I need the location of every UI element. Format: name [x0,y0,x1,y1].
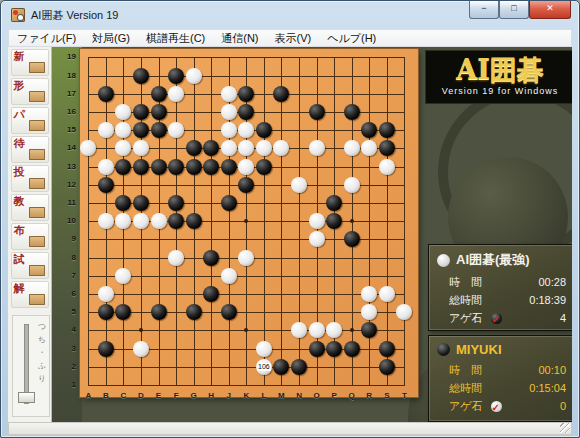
black-stone-R4 [361,322,377,338]
slider-tick-labels: つち・ふり [38,322,46,383]
toolbar-button-label: 新 [14,51,25,62]
menu-item[interactable]: 通信(N) [213,31,266,46]
black-stone-L15 [256,122,272,138]
white-stone-D14 [133,140,149,156]
logo-subtitle: Version 19 for Windows [426,86,572,96]
toolbar-button-label: 布 [14,225,25,236]
black-stone-Q3 [344,341,360,357]
main-area: 新形パ待投教布試解 つち・ふり 106 19181716151413121110… [8,47,572,424]
black-stone-S14 [379,140,395,156]
white-stone-O10 [309,213,325,229]
white-stone-S13 [379,159,395,175]
board-icon [29,91,45,102]
white-stone-C16 [115,104,131,120]
black-stone-L13 [256,159,272,175]
menu-bar: ファイル(F)対局(G)棋譜再生(C)通信(N)表示(V)ヘルプ(H) [8,29,572,47]
white-stone-K15 [238,122,254,138]
white-stone-C10 [115,213,131,229]
white-stone-F17 [168,86,184,102]
white-stone-T5 [396,304,412,320]
white-stone-J7 [221,268,237,284]
total-time-value: 0:18:39 [529,291,566,309]
white-stone-L14 [256,140,272,156]
black-stone-E16 [151,104,167,120]
white-stone-J14 [221,140,237,156]
time-value: 00:28 [538,273,566,291]
board-icon [29,265,45,276]
toolbar-button-label: 教 [14,196,25,207]
white-stone-B6 [98,286,114,302]
white-stone-O4 [309,322,325,338]
black-stone-F10 [168,213,184,229]
toolbar-button-待[interactable]: 待 [11,136,49,163]
black-stone-B5 [98,304,114,320]
black-stone-icon [437,343,450,356]
white-stone-J17 [221,86,237,102]
toolbar: 新形パ待投教布試解 つち・ふり [8,47,52,424]
black-stone-K17 [238,86,254,102]
black-stone-E17 [151,86,167,102]
board-icon [29,294,45,305]
toolbar-button-布[interactable]: 布 [11,223,49,250]
hoshi-point [244,328,248,332]
minimize-button[interactable]: − [469,1,499,19]
captured-stone-icon [491,313,502,324]
black-stone-D11 [133,195,149,211]
toolbar-button-形[interactable]: 形 [11,78,49,105]
toolbar-button-教[interactable]: 教 [11,194,49,221]
logo-title: AI囲碁 [426,54,572,86]
black-stone-M2 [273,359,289,375]
time-value: 00:10 [538,361,566,379]
white-stone-L3 [256,341,272,357]
white-stone-B10 [98,213,114,229]
white-stone-F8 [168,250,184,266]
black-stone-H14 [203,140,219,156]
black-stone-O16 [309,104,325,120]
toolbar-button-投[interactable]: 投 [11,165,49,192]
captures-value: 0 [560,397,566,415]
total-time-label: 総時間 [449,379,482,397]
white-stone-R6 [361,286,377,302]
player-panel-white: AI囲碁(最強) 時 間00:28 総時間0:18:39 アゲ石4 [428,244,572,331]
board-icon [29,62,45,73]
black-stone-C11 [115,195,131,211]
toolbar-button-label: 解 [14,283,25,294]
hoshi-point [139,328,143,332]
captured-stone-icon [491,401,502,412]
white-stone-N4 [291,322,307,338]
toolbar-button-試[interactable]: 試 [11,252,49,279]
black-stone-B3 [98,341,114,357]
white-stone-icon [437,254,450,267]
menu-item[interactable]: 対局(G) [84,31,138,46]
white-stone-J16 [221,104,237,120]
black-stone-S3 [379,341,395,357]
black-stone-G10 [186,213,202,229]
menu-item[interactable]: ファイル(F) [9,31,84,46]
toolbar-button-label: 待 [14,138,25,149]
white-stone-B15 [98,122,114,138]
black-stone-D16 [133,104,149,120]
resize-grip[interactable] [560,423,570,433]
white-stone-R5 [361,304,377,320]
status-bar [8,422,572,435]
white-stone-A14 [80,140,96,156]
total-time-label: 総時間 [449,291,482,309]
white-stone-B13 [98,159,114,175]
black-stone-E5 [151,304,167,320]
board-icon [29,178,45,189]
black-stone-C5 [115,304,131,320]
bamboo-strip [52,47,82,424]
black-stone-H13 [203,159,219,175]
toolbar-button-解[interactable]: 解 [11,281,49,308]
hoshi-point [350,328,354,332]
black-stone-N2 [291,359,307,375]
black-stone-D15 [133,122,149,138]
white-stone-O14 [309,140,325,156]
white-stone-S6 [379,286,395,302]
white-stone-C15 [115,122,131,138]
captures-label: アゲ石 [449,397,483,415]
black-stone-C13 [115,159,131,175]
white-stone-D3 [133,341,149,357]
black-stone-J11 [221,195,237,211]
board-icon [29,207,45,218]
board-icon [29,149,45,160]
black-stone-D13 [133,159,149,175]
black-stone-H6 [203,286,219,302]
black-stone-P11 [326,195,342,211]
black-stone-M17 [273,86,289,102]
black-stone-P3 [326,341,342,357]
black-stone-Q9 [344,231,360,247]
captures-label: アゲ石 [449,309,483,327]
app-window: AI囲碁 Version 19 − □ ✕ ファイル(F)対局(G)棋譜再生(C… [0,0,580,438]
black-stone-K16 [238,104,254,120]
black-stone-S15 [379,122,395,138]
black-stone-F11 [168,195,184,211]
app-logo: AI囲碁 Version 19 for Windows [425,50,572,104]
go-board[interactable]: 106 [80,49,418,397]
black-stone-B17 [98,86,114,102]
black-stone-D18 [133,68,149,84]
slider-thumb[interactable] [18,392,35,403]
white-stone-L2: 106 [256,359,272,375]
white-stone-P4 [326,322,342,338]
black-stone-R15 [361,122,377,138]
black-stone-P10 [326,213,342,229]
window-title: AI囲碁 Version 19 [31,8,118,23]
black-stone-G14 [186,140,202,156]
black-stone-G5 [186,304,202,320]
time-label: 時 間 [449,273,482,291]
white-stone-F15 [168,122,184,138]
white-stone-J15 [221,122,237,138]
app-icon [11,8,25,22]
hoshi-point [350,219,354,223]
white-stone-D10 [133,213,149,229]
white-stone-G18 [186,68,202,84]
menu-item[interactable]: 棋譜再生(C) [138,31,213,46]
maximize-button[interactable]: □ [499,1,529,19]
white-stone-Q14 [344,140,360,156]
black-stone-F18 [168,68,184,84]
total-time-value: 0:15:04 [529,379,566,397]
toolbar-button-label: 形 [14,80,25,91]
white-stone-N12 [291,177,307,193]
black-stone-S2 [379,359,395,375]
menu-item[interactable]: ヘルプ(H) [319,31,384,46]
player-name: AI囲碁(最強) [456,251,530,269]
white-stone-M14 [273,140,289,156]
black-stone-G13 [186,159,202,175]
time-label: 時 間 [449,361,482,379]
toolbar-button-label: パ [14,109,25,120]
black-stone-H8 [203,250,219,266]
hoshi-point [244,219,248,223]
toolbar-button-label: 試 [14,254,25,265]
white-stone-K14 [238,140,254,156]
menu-item[interactable]: 表示(V) [267,31,320,46]
last-move-number: 106 [257,363,271,371]
toolbar-button-新[interactable]: 新 [11,49,49,76]
white-stone-K8 [238,250,254,266]
white-stone-R14 [361,140,377,156]
black-stone-E13 [151,159,167,175]
toolbar-button-label: 投 [14,167,25,178]
black-stone-Q16 [344,104,360,120]
black-stone-F13 [168,159,184,175]
black-stone-J13 [221,159,237,175]
white-stone-K13 [238,159,254,175]
black-stone-O3 [309,341,325,357]
white-stone-O9 [309,231,325,247]
board-icon [29,120,45,131]
white-stone-C7 [115,268,131,284]
title-bar[interactable]: AI囲碁 Version 19 − □ ✕ [1,1,579,29]
captures-value: 4 [560,309,566,327]
toolbar-button-パ[interactable]: パ [11,107,49,134]
black-stone-K12 [238,177,254,193]
black-stone-B12 [98,177,114,193]
black-stone-E15 [151,122,167,138]
white-stone-Q12 [344,177,360,193]
black-stone-J5 [221,304,237,320]
white-stone-E10 [151,213,167,229]
player-panel-black: MIYUKI 時 間00:10 総時間0:15:04 アゲ石0 [428,335,572,422]
close-button[interactable]: ✕ [529,1,571,19]
white-stone-C14 [115,140,131,156]
replay-speed-slider[interactable]: つち・ふり [12,315,50,417]
board-icon [29,236,45,247]
player-name: MIYUKI [456,342,502,357]
